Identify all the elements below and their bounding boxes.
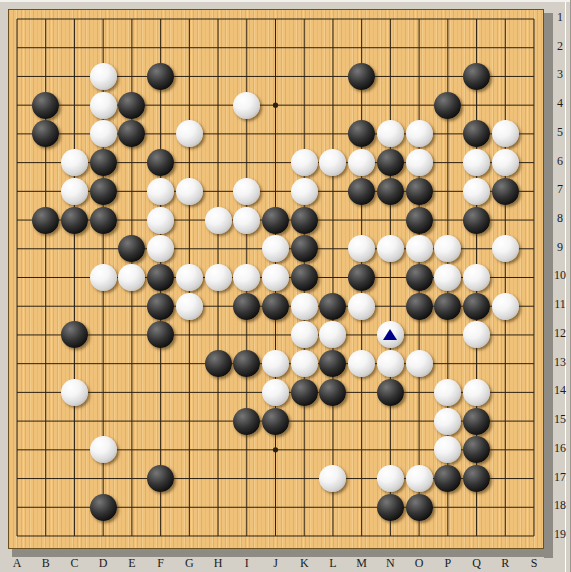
stone-white[interactable]	[492, 293, 519, 320]
stone-black[interactable]	[90, 149, 117, 176]
stone-black[interactable]	[90, 494, 117, 521]
row-label-1: 1	[557, 10, 563, 25]
column-label-B: B	[42, 556, 50, 571]
stone-black[interactable]	[377, 379, 404, 406]
stone-black[interactable]	[463, 63, 490, 90]
stone-white[interactable]	[463, 379, 490, 406]
stone-black[interactable]	[262, 293, 289, 320]
go-app-window: ABCDEFGHIJKLMNOPQRS123456789101112131415…	[0, 0, 571, 572]
stone-white[interactable]	[61, 379, 88, 406]
column-label-L: L	[329, 556, 336, 571]
stone-white[interactable]	[90, 63, 117, 90]
stone-white[interactable]	[61, 149, 88, 176]
row-label-15: 15	[554, 412, 566, 427]
row-label-14: 14	[554, 383, 566, 398]
row-label-5: 5	[557, 124, 563, 139]
stone-black[interactable]	[492, 178, 519, 205]
stone-white[interactable]	[406, 120, 433, 147]
column-label-Q: Q	[472, 556, 481, 571]
column-label-H: H	[214, 556, 223, 571]
row-label-4: 4	[557, 96, 563, 111]
column-label-K: K	[300, 556, 309, 571]
stone-black[interactable]	[291, 207, 318, 234]
row-label-19: 19	[554, 526, 566, 541]
stone-black[interactable]	[463, 408, 490, 435]
column-label-S: S	[531, 556, 538, 571]
stone-white[interactable]	[176, 264, 203, 291]
stone-black[interactable]	[377, 149, 404, 176]
stone-white[interactable]	[377, 235, 404, 262]
stone-white[interactable]	[176, 178, 203, 205]
stone-white[interactable]	[61, 178, 88, 205]
row-label-18: 18	[554, 498, 566, 513]
column-label-N: N	[386, 556, 395, 571]
stone-white[interactable]	[291, 149, 318, 176]
stone-white[interactable]	[377, 465, 404, 492]
stone-white[interactable]	[90, 92, 117, 119]
stone-white[interactable]	[291, 178, 318, 205]
stone-white[interactable]	[262, 350, 289, 377]
stone-black[interactable]	[118, 92, 145, 119]
column-label-F: F	[157, 556, 164, 571]
row-label-16: 16	[554, 440, 566, 455]
column-label-G: G	[185, 556, 194, 571]
stone-black[interactable]	[406, 494, 433, 521]
stone-black[interactable]	[434, 293, 461, 320]
stone-white[interactable]	[176, 293, 203, 320]
column-label-O: O	[415, 556, 424, 571]
stone-white[interactable]	[492, 120, 519, 147]
stone-black[interactable]	[406, 207, 433, 234]
stone-white[interactable]	[291, 350, 318, 377]
stone-black[interactable]	[348, 264, 375, 291]
stone-black[interactable]	[406, 264, 433, 291]
stone-black[interactable]	[434, 92, 461, 119]
stone-white[interactable]	[90, 120, 117, 147]
row-label-17: 17	[554, 469, 566, 484]
row-label-2: 2	[557, 38, 563, 53]
stone-white[interactable]	[233, 92, 260, 119]
stone-black[interactable]	[32, 207, 59, 234]
stone-white[interactable]	[205, 264, 232, 291]
stone-black[interactable]	[147, 264, 174, 291]
stone-black[interactable]	[463, 207, 490, 234]
column-label-D: D	[99, 556, 108, 571]
stone-black[interactable]	[348, 178, 375, 205]
stone-black[interactable]	[291, 264, 318, 291]
stone-white[interactable]	[262, 264, 289, 291]
row-label-6: 6	[557, 153, 563, 168]
row-label-9: 9	[557, 239, 563, 254]
column-label-J: J	[273, 556, 278, 571]
stone-black[interactable]	[262, 408, 289, 435]
column-label-C: C	[70, 556, 78, 571]
stone-white[interactable]	[406, 465, 433, 492]
stone-white[interactable]	[492, 235, 519, 262]
stone-black[interactable]	[32, 92, 59, 119]
column-label-P: P	[444, 556, 451, 571]
stone-white[interactable]	[406, 149, 433, 176]
stone-white[interactable]	[233, 178, 260, 205]
column-label-A: A	[13, 556, 22, 571]
stone-black[interactable]	[319, 293, 346, 320]
stone-black[interactable]	[377, 178, 404, 205]
stone-white[interactable]	[176, 120, 203, 147]
row-label-8: 8	[557, 211, 563, 226]
stone-white[interactable]	[262, 379, 289, 406]
row-label-11: 11	[554, 297, 566, 312]
stone-black[interactable]	[205, 350, 232, 377]
row-label-7: 7	[557, 182, 563, 197]
row-label-13: 13	[554, 354, 566, 369]
stone-black[interactable]	[90, 178, 117, 205]
stone-white[interactable]	[406, 350, 433, 377]
stone-black[interactable]	[90, 207, 117, 234]
stone-white[interactable]	[147, 178, 174, 205]
stone-black[interactable]	[233, 293, 260, 320]
stone-black[interactable]	[406, 178, 433, 205]
stone-white[interactable]	[492, 149, 519, 176]
stone-black[interactable]	[61, 207, 88, 234]
stone-black[interactable]	[291, 235, 318, 262]
stone-white[interactable]	[463, 149, 490, 176]
stone-black[interactable]	[377, 494, 404, 521]
stone-white[interactable]	[434, 408, 461, 435]
stone-white[interactable]	[348, 293, 375, 320]
stone-black[interactable]	[147, 63, 174, 90]
column-label-R: R	[501, 556, 509, 571]
stone-black[interactable]	[348, 63, 375, 90]
stone-white[interactable]	[90, 264, 117, 291]
stone-black[interactable]	[291, 379, 318, 406]
stone-white[interactable]	[205, 207, 232, 234]
stone-white[interactable]	[233, 207, 260, 234]
star-point	[273, 103, 278, 108]
row-label-12: 12	[554, 325, 566, 340]
column-label-M: M	[356, 556, 367, 571]
stone-white[interactable]	[291, 321, 318, 348]
stone-black[interactable]	[463, 293, 490, 320]
stone-white[interactable]	[147, 207, 174, 234]
stone-black[interactable]	[463, 465, 490, 492]
stone-black[interactable]	[406, 293, 433, 320]
last-move-triangle-marker	[383, 329, 397, 340]
stone-black[interactable]	[147, 465, 174, 492]
column-label-I: I	[245, 556, 249, 571]
stone-white[interactable]	[463, 264, 490, 291]
stone-white[interactable]	[434, 379, 461, 406]
row-label-10: 10	[554, 268, 566, 283]
stone-white[interactable]	[291, 293, 318, 320]
stone-white[interactable]	[406, 235, 433, 262]
row-label-3: 3	[557, 67, 563, 82]
stone-white[interactable]	[90, 436, 117, 463]
stone-white[interactable]	[377, 350, 404, 377]
stone-black[interactable]	[147, 293, 174, 320]
stone-black[interactable]	[262, 207, 289, 234]
star-point	[273, 447, 278, 452]
stone-white[interactable]	[463, 178, 490, 205]
column-label-E: E	[128, 556, 135, 571]
stone-black[interactable]	[233, 408, 260, 435]
